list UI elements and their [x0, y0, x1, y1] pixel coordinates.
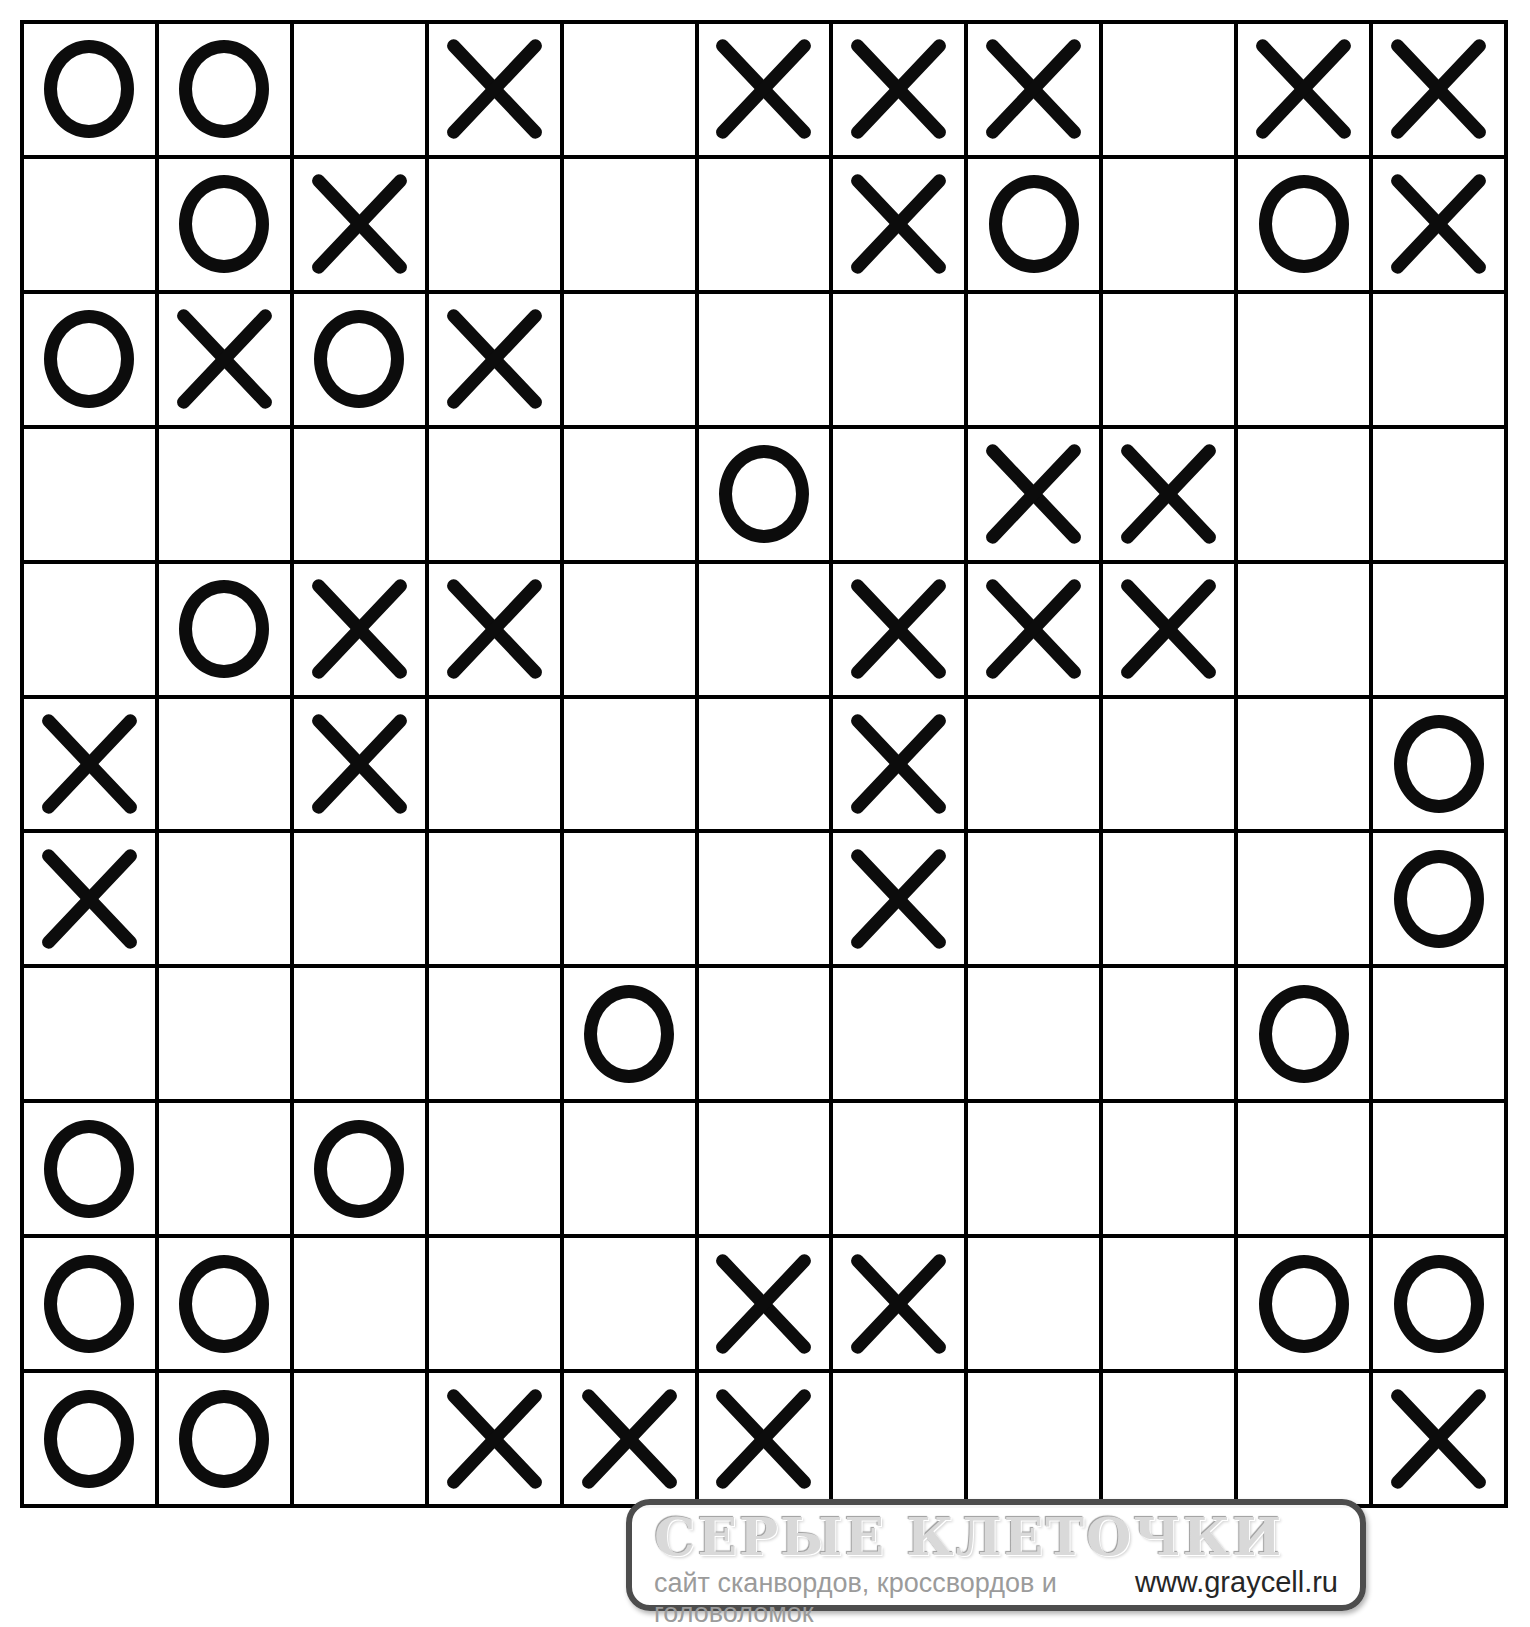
cell-r1c4[interactable]: [429, 24, 560, 155]
cell-r2c9[interactable]: [1103, 159, 1234, 290]
cell-r5c3[interactable]: [294, 564, 425, 695]
cell-r1c2[interactable]: [159, 24, 290, 155]
cell-r10c7[interactable]: [833, 1238, 964, 1369]
cell-r2c6[interactable]: [699, 159, 830, 290]
cell-r2c7[interactable]: [833, 159, 964, 290]
cell-r5c11[interactable]: [1373, 564, 1504, 695]
cell-r3c2[interactable]: [159, 294, 290, 425]
cell-r9c3[interactable]: [294, 1103, 425, 1234]
cell-r5c10[interactable]: [1238, 564, 1369, 695]
cell-r7c7[interactable]: [833, 833, 964, 964]
cell-r9c1[interactable]: [24, 1103, 155, 1234]
cell-r3c1[interactable]: [24, 294, 155, 425]
cell-r1c11[interactable]: [1373, 24, 1504, 155]
cell-r7c6[interactable]: [699, 833, 830, 964]
x-mark: [851, 579, 947, 679]
o-mark: [314, 1120, 404, 1218]
cell-r5c1[interactable]: [24, 564, 155, 695]
cell-r10c3[interactable]: [294, 1238, 425, 1369]
cell-r5c7[interactable]: [833, 564, 964, 695]
o-mark: [44, 1120, 134, 1218]
x-mark: [446, 309, 542, 409]
cell-r5c9[interactable]: [1103, 564, 1234, 695]
cell-r9c2[interactable]: [159, 1103, 290, 1234]
o-mark: [1259, 1255, 1349, 1353]
cell-r3c5[interactable]: [564, 294, 695, 425]
cell-r6c8[interactable]: [968, 699, 1099, 830]
x-mark: [1256, 39, 1352, 139]
cell-r4c10[interactable]: [1238, 429, 1369, 560]
o-mark: [179, 40, 269, 138]
cell-r8c4[interactable]: [429, 968, 560, 1099]
x-mark: [986, 444, 1082, 544]
cell-r7c8[interactable]: [968, 833, 1099, 964]
cell-r3c9[interactable]: [1103, 294, 1234, 425]
cell-r8c9[interactable]: [1103, 968, 1234, 1099]
cell-r11c10[interactable]: [1238, 1373, 1369, 1504]
x-mark: [311, 579, 407, 679]
watermark-subtitle: сайт сканвордов, кроссвордов и головолом…: [654, 1568, 1135, 1627]
o-mark: [44, 1390, 134, 1488]
cell-r3c6[interactable]: [699, 294, 830, 425]
x-mark: [1391, 1389, 1487, 1489]
cell-r8c3[interactable]: [294, 968, 425, 1099]
cell-r5c8[interactable]: [968, 564, 1099, 695]
x-mark: [986, 579, 1082, 679]
cell-r9c7[interactable]: [833, 1103, 964, 1234]
x-mark: [581, 1389, 677, 1489]
cell-r11c1[interactable]: [24, 1373, 155, 1504]
cell-r4c6[interactable]: [699, 429, 830, 560]
x-mark: [1391, 39, 1487, 139]
cell-r6c7[interactable]: [833, 699, 964, 830]
o-mark: [179, 175, 269, 273]
cell-r8c2[interactable]: [159, 968, 290, 1099]
cell-r7c10[interactable]: [1238, 833, 1369, 964]
x-mark: [41, 714, 137, 814]
cell-r10c8[interactable]: [968, 1238, 1099, 1369]
cell-r11c6[interactable]: [699, 1373, 830, 1504]
o-mark: [1259, 175, 1349, 273]
x-mark: [446, 1389, 542, 1489]
cell-r4c8[interactable]: [968, 429, 1099, 560]
cell-r7c3[interactable]: [294, 833, 425, 964]
cell-r9c6[interactable]: [699, 1103, 830, 1234]
o-mark: [44, 310, 134, 408]
cell-r10c1[interactable]: [24, 1238, 155, 1369]
watermark-caption-row: сайт сканвордов, кроссвордов и головолом…: [654, 1567, 1338, 1627]
cell-r4c11[interactable]: [1373, 429, 1504, 560]
cell-r10c6[interactable]: [699, 1238, 830, 1369]
cell-r9c11[interactable]: [1373, 1103, 1504, 1234]
cell-r6c10[interactable]: [1238, 699, 1369, 830]
watermark-site-url[interactable]: www.graycell.ru: [1135, 1567, 1338, 1597]
cell-r9c9[interactable]: [1103, 1103, 1234, 1234]
cell-r5c4[interactable]: [429, 564, 560, 695]
o-mark: [719, 445, 809, 543]
o-mark: [44, 1255, 134, 1353]
x-mark: [716, 1254, 812, 1354]
x-mark: [311, 174, 407, 274]
x-mark: [311, 714, 407, 814]
cell-r8c5[interactable]: [564, 968, 695, 1099]
cell-r2c4[interactable]: [429, 159, 560, 290]
cell-r7c2[interactable]: [159, 833, 290, 964]
o-mark: [179, 1390, 269, 1488]
o-mark: [314, 310, 404, 408]
cell-r8c1[interactable]: [24, 968, 155, 1099]
o-mark: [1394, 850, 1484, 948]
cell-r6c6[interactable]: [699, 699, 830, 830]
cell-r11c8[interactable]: [968, 1373, 1099, 1504]
cell-r3c8[interactable]: [968, 294, 1099, 425]
cell-r1c6[interactable]: [699, 24, 830, 155]
watermark-title: СЕРЫЕ КЛЕТОЧКИ: [654, 1507, 1338, 1567]
cell-r2c10[interactable]: [1238, 159, 1369, 290]
x-mark: [446, 39, 542, 139]
cell-r1c9[interactable]: [1103, 24, 1234, 155]
cell-r7c4[interactable]: [429, 833, 560, 964]
cell-r9c8[interactable]: [968, 1103, 1099, 1234]
o-mark: [1259, 985, 1349, 1083]
cell-r1c8[interactable]: [968, 24, 1099, 155]
cell-r11c5[interactable]: [564, 1373, 695, 1504]
cell-r6c11[interactable]: [1373, 699, 1504, 830]
cell-r4c1[interactable]: [24, 429, 155, 560]
x-mark: [716, 1389, 812, 1489]
cell-r6c9[interactable]: [1103, 699, 1234, 830]
o-mark: [584, 985, 674, 1083]
cell-r5c2[interactable]: [159, 564, 290, 695]
cell-r2c5[interactable]: [564, 159, 695, 290]
cell-r1c1[interactable]: [24, 24, 155, 155]
o-mark: [44, 40, 134, 138]
puzzle-board: [20, 20, 1508, 1508]
cell-r2c1[interactable]: [24, 159, 155, 290]
cell-r10c9[interactable]: [1103, 1238, 1234, 1369]
x-mark: [1391, 174, 1487, 274]
cell-r5c5[interactable]: [564, 564, 695, 695]
cell-r6c2[interactable]: [159, 699, 290, 830]
cell-r11c11[interactable]: [1373, 1373, 1504, 1504]
x-mark: [1121, 444, 1217, 544]
cell-r9c10[interactable]: [1238, 1103, 1369, 1234]
o-mark: [179, 580, 269, 678]
cell-r2c3[interactable]: [294, 159, 425, 290]
x-mark: [851, 174, 947, 274]
cell-r3c7[interactable]: [833, 294, 964, 425]
cell-r4c9[interactable]: [1103, 429, 1234, 560]
cell-r8c8[interactable]: [968, 968, 1099, 1099]
o-mark: [179, 1255, 269, 1353]
x-mark: [716, 39, 812, 139]
cell-r1c7[interactable]: [833, 24, 964, 155]
cell-r9c5[interactable]: [564, 1103, 695, 1234]
x-mark: [41, 849, 137, 949]
cell-r10c4[interactable]: [429, 1238, 560, 1369]
cell-r3c11[interactable]: [1373, 294, 1504, 425]
cell-r6c1[interactable]: [24, 699, 155, 830]
cell-r4c2[interactable]: [159, 429, 290, 560]
cell-r1c10[interactable]: [1238, 24, 1369, 155]
cell-r4c4[interactable]: [429, 429, 560, 560]
cell-r10c5[interactable]: [564, 1238, 695, 1369]
cell-r11c2[interactable]: [159, 1373, 290, 1504]
cell-r3c3[interactable]: [294, 294, 425, 425]
cell-r7c5[interactable]: [564, 833, 695, 964]
cell-r3c4[interactable]: [429, 294, 560, 425]
cell-r2c8[interactable]: [968, 159, 1099, 290]
cell-r7c11[interactable]: [1373, 833, 1504, 964]
x-mark: [851, 1254, 947, 1354]
cell-r1c3[interactable]: [294, 24, 425, 155]
x-mark: [986, 39, 1082, 139]
cell-r8c10[interactable]: [1238, 968, 1369, 1099]
cell-r11c9[interactable]: [1103, 1373, 1234, 1504]
cell-r4c7[interactable]: [833, 429, 964, 560]
cell-r9c4[interactable]: [429, 1103, 560, 1234]
cell-r8c6[interactable]: [699, 968, 830, 1099]
cell-r2c11[interactable]: [1373, 159, 1504, 290]
watermark-badge: СЕРЫЕ КЛЕТОЧКИ сайт сканвордов, кроссвор…: [626, 1499, 1366, 1611]
cell-r6c5[interactable]: [564, 699, 695, 830]
cell-r2c2[interactable]: [159, 159, 290, 290]
cell-r6c4[interactable]: [429, 699, 560, 830]
cell-r10c2[interactable]: [159, 1238, 290, 1369]
cell-r8c11[interactable]: [1373, 968, 1504, 1099]
o-mark: [989, 175, 1079, 273]
cell-r11c7[interactable]: [833, 1373, 964, 1504]
cell-r6c3[interactable]: [294, 699, 425, 830]
o-mark: [1394, 715, 1484, 813]
cell-r4c5[interactable]: [564, 429, 695, 560]
cell-r10c11[interactable]: [1373, 1238, 1504, 1369]
cell-r7c1[interactable]: [24, 833, 155, 964]
x-mark: [851, 849, 947, 949]
x-mark: [851, 39, 947, 139]
cell-r10c10[interactable]: [1238, 1238, 1369, 1369]
o-mark: [1394, 1255, 1484, 1353]
cell-r5c6[interactable]: [699, 564, 830, 695]
x-mark: [851, 714, 947, 814]
x-mark: [446, 579, 542, 679]
x-mark: [176, 309, 272, 409]
cell-r4c3[interactable]: [294, 429, 425, 560]
cell-r11c3[interactable]: [294, 1373, 425, 1504]
cell-r7c9[interactable]: [1103, 833, 1234, 964]
x-mark: [1121, 579, 1217, 679]
cell-r3c10[interactable]: [1238, 294, 1369, 425]
cell-r8c7[interactable]: [833, 968, 964, 1099]
cell-r11c4[interactable]: [429, 1373, 560, 1504]
cell-r1c5[interactable]: [564, 24, 695, 155]
